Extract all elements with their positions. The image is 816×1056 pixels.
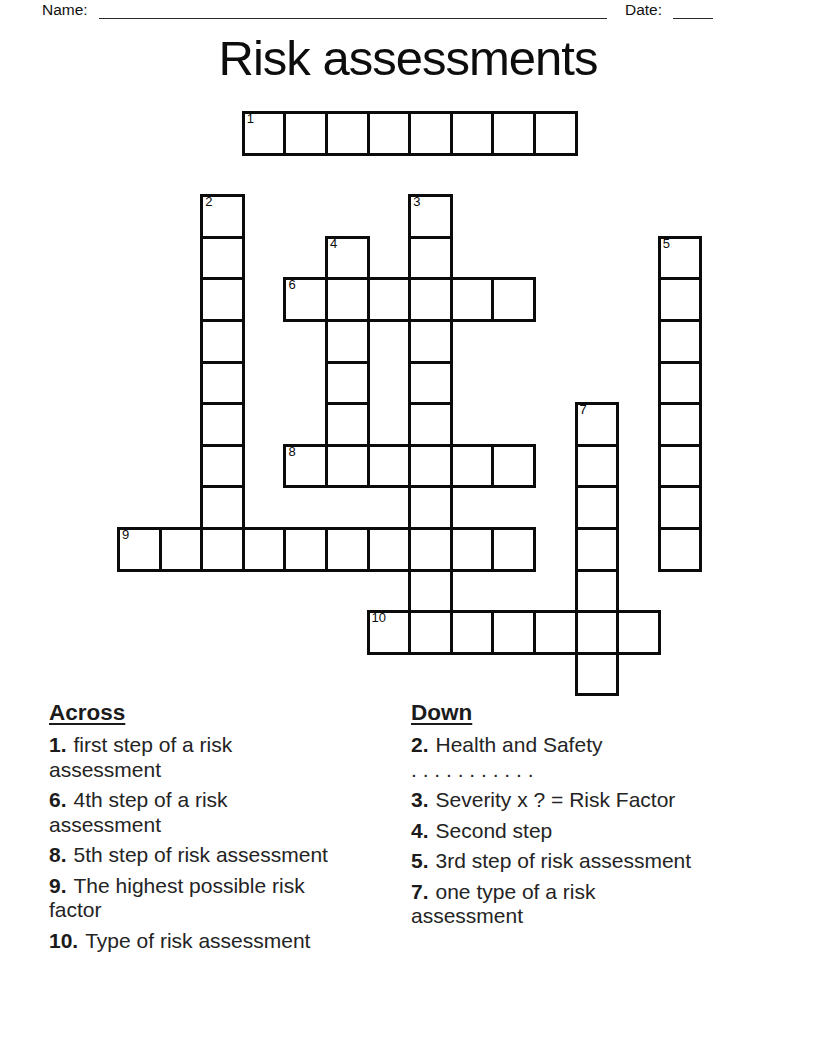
grid-cell[interactable] xyxy=(200,319,245,364)
clue-down-3: 3.Severity x ? = Risk Factor xyxy=(411,788,751,813)
grid-cell[interactable] xyxy=(575,610,620,655)
clue-down-5-text: 3rd step of risk assessment xyxy=(436,849,692,872)
grid-cell[interactable] xyxy=(325,444,370,489)
clue-number: 7 xyxy=(580,403,587,418)
grid-cell[interactable]: 5 xyxy=(658,236,703,281)
grid-cell[interactable] xyxy=(408,527,453,572)
grid-cell[interactable] xyxy=(575,485,620,530)
grid-cell[interactable] xyxy=(658,277,703,322)
grid-cell[interactable] xyxy=(408,319,453,364)
clue-across-8-text: 5th step of risk assessment xyxy=(74,843,328,866)
grid-cell[interactable]: 2 xyxy=(200,194,245,239)
grid-cell[interactable] xyxy=(200,402,245,447)
clue-across-10-text: Type of risk assessment xyxy=(85,929,310,952)
grid-cell[interactable] xyxy=(491,111,536,156)
grid-cell[interactable] xyxy=(325,319,370,364)
grid-cell[interactable] xyxy=(408,111,453,156)
clue-across-6-text: 4th step of a risk assessment xyxy=(49,788,228,836)
clue-across-8: 8.5th step of risk assessment xyxy=(49,843,389,868)
grid-cell[interactable] xyxy=(658,485,703,530)
page-title: Risk assessments xyxy=(0,30,816,86)
clue-down-3-number: 3. xyxy=(411,788,429,811)
grid-cell[interactable] xyxy=(408,610,453,655)
grid-cell[interactable] xyxy=(408,277,453,322)
worksheet-page: Name: Date: Risk assessments 12345678910… xyxy=(0,0,816,1056)
grid-cell[interactable] xyxy=(658,319,703,364)
grid-cell[interactable] xyxy=(450,277,495,322)
clue-across-9: 9.The highest possible risk factor xyxy=(49,874,389,923)
grid-cell[interactable] xyxy=(533,111,578,156)
clue-number: 5 xyxy=(663,237,670,252)
clue-number: 4 xyxy=(330,237,337,252)
clue-number: 8 xyxy=(288,445,295,460)
grid-cell[interactable] xyxy=(408,569,453,614)
clue-down-2-text: Health and Safety . . . . . . . . . . . xyxy=(411,733,602,781)
clue-down-2: 2.Health and Safety . . . . . . . . . . … xyxy=(411,733,751,782)
grid-cell[interactable]: 3 xyxy=(408,194,453,239)
clue-across-1-text: first step of a risk assessment xyxy=(49,733,232,781)
grid-cell[interactable] xyxy=(408,361,453,406)
clue-down-7-number: 7. xyxy=(411,880,429,903)
grid-cell[interactable] xyxy=(408,444,453,489)
grid-cell[interactable] xyxy=(450,527,495,572)
grid-cell[interactable] xyxy=(325,402,370,447)
crossword-grid: 12345678910 xyxy=(117,111,703,697)
grid-cell[interactable] xyxy=(367,444,412,489)
grid-cell[interactable] xyxy=(325,277,370,322)
date-label: Date: xyxy=(625,1,662,19)
clue-down-4-number: 4. xyxy=(411,819,429,842)
grid-cell[interactable] xyxy=(200,485,245,530)
clue-down-4-text: Second step xyxy=(436,819,553,842)
grid-cell[interactable] xyxy=(325,361,370,406)
grid-cell[interactable] xyxy=(658,527,703,572)
grid-cell[interactable] xyxy=(283,527,328,572)
grid-cell[interactable]: 1 xyxy=(242,111,287,156)
clue-down-2-number: 2. xyxy=(411,733,429,756)
grid-cell[interactable] xyxy=(367,277,412,322)
grid-cell[interactable] xyxy=(658,444,703,489)
name-label: Name: xyxy=(42,1,88,19)
grid-cell[interactable] xyxy=(200,361,245,406)
clue-number: 6 xyxy=(288,278,295,293)
clue-across-9-text: The highest possible risk factor xyxy=(49,874,305,922)
grid-cell[interactable]: 7 xyxy=(575,402,620,447)
grid-cell[interactable] xyxy=(408,402,453,447)
grid-cell[interactable] xyxy=(408,485,453,530)
grid-cell[interactable] xyxy=(200,236,245,281)
grid-cell[interactable] xyxy=(575,569,620,614)
grid-cell[interactable] xyxy=(575,652,620,697)
name-blank-line[interactable] xyxy=(99,0,607,19)
clue-down-4: 4.Second step xyxy=(411,819,751,844)
clue-across-8-number: 8. xyxy=(49,843,67,866)
clue-down-7-text: one type of a risk assessment xyxy=(411,880,595,928)
clue-across-6: 6.4th step of a risk assessment xyxy=(49,788,389,837)
grid-cell[interactable] xyxy=(658,361,703,406)
grid-cell[interactable] xyxy=(408,236,453,281)
grid-cell[interactable] xyxy=(450,444,495,489)
clue-across-10-number: 10. xyxy=(49,929,78,952)
grid-cell[interactable] xyxy=(367,527,412,572)
clue-across-9-number: 9. xyxy=(49,874,67,897)
grid-cell[interactable]: 6 xyxy=(283,277,328,322)
grid-cell[interactable] xyxy=(283,111,328,156)
grid-cell[interactable] xyxy=(658,402,703,447)
grid-cell[interactable] xyxy=(575,444,620,489)
clue-across-1: 1.first step of a risk assessment xyxy=(49,733,389,782)
grid-cell[interactable] xyxy=(491,277,536,322)
grid-cell[interactable] xyxy=(491,444,536,489)
clue-down-7: 7.one type of a risk assessment xyxy=(411,880,751,929)
grid-cell[interactable]: 9 xyxy=(117,527,162,572)
across-heading: Across xyxy=(49,700,389,726)
down-clue-list: Down 2.Health and Safety . . . . . . . .… xyxy=(411,700,751,935)
clue-number: 1 xyxy=(247,112,254,127)
clue-across-6-number: 6. xyxy=(49,788,67,811)
grid-cell[interactable] xyxy=(616,610,661,655)
clue-across-1-number: 1. xyxy=(49,733,67,756)
grid-cell[interactable] xyxy=(367,111,412,156)
clue-number: 9 xyxy=(122,528,129,543)
grid-cell[interactable]: 4 xyxy=(325,236,370,281)
grid-cell[interactable] xyxy=(200,527,245,572)
grid-cell[interactable] xyxy=(533,610,578,655)
grid-cell[interactable]: 8 xyxy=(283,444,328,489)
across-clue-list: Across 1.first step of a risk assessment… xyxy=(49,700,389,959)
grid-cell[interactable] xyxy=(200,444,245,489)
grid-cell[interactable] xyxy=(325,527,370,572)
grid-cell[interactable] xyxy=(242,527,287,572)
clue-down-3-text: Severity x ? = Risk Factor xyxy=(436,788,676,811)
clue-across-10: 10.Type of risk assessment xyxy=(49,929,389,954)
grid-cell[interactable] xyxy=(450,111,495,156)
grid-cell[interactable] xyxy=(325,111,370,156)
clue-number: 3 xyxy=(413,195,420,210)
down-heading: Down xyxy=(411,700,751,726)
clue-down-5-number: 5. xyxy=(411,849,429,872)
grid-cell[interactable]: 10 xyxy=(367,610,412,655)
date-blank-line[interactable] xyxy=(673,0,713,19)
grid-cell[interactable] xyxy=(575,527,620,572)
grid-cell[interactable] xyxy=(159,527,204,572)
clue-number: 10 xyxy=(372,611,386,626)
grid-cell[interactable] xyxy=(200,277,245,322)
clue-down-5: 5.3rd step of risk assessment xyxy=(411,849,751,874)
grid-cell[interactable] xyxy=(491,610,536,655)
grid-cell[interactable] xyxy=(491,527,536,572)
grid-cell[interactable] xyxy=(450,610,495,655)
clue-number: 2 xyxy=(205,195,212,210)
